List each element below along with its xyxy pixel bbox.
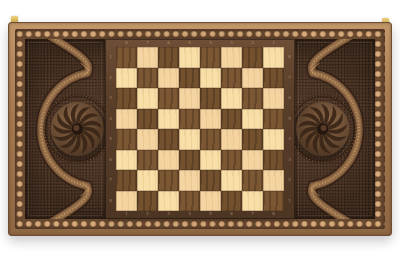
square-r4c5[interactable] <box>221 129 242 150</box>
square-r7c6[interactable] <box>242 191 263 212</box>
coordinate-mark: 1 <box>116 212 137 217</box>
coordinate-mark: 7 <box>242 212 263 217</box>
square-r1c2[interactable] <box>158 68 179 89</box>
coordinate-mark: 1 <box>263 41 284 46</box>
square-r3c3[interactable] <box>179 109 200 130</box>
square-r1c7[interactable] <box>263 68 284 89</box>
square-r1c0[interactable] <box>116 68 137 89</box>
square-r2c0[interactable] <box>116 88 137 109</box>
square-r4c7[interactable] <box>263 129 284 150</box>
square-r3c7[interactable] <box>263 109 284 130</box>
square-r4c0[interactable] <box>116 129 137 150</box>
coordinate-mark: 4 <box>200 41 221 46</box>
coordinate-mark: 5 <box>200 212 221 217</box>
square-r5c2[interactable] <box>158 150 179 171</box>
square-r0c1[interactable] <box>137 47 158 68</box>
square-r5c1[interactable] <box>137 150 158 171</box>
square-r6c1[interactable] <box>137 170 158 191</box>
coordinate-mark: 3 <box>286 150 293 171</box>
square-r1c3[interactable] <box>179 68 200 89</box>
board-coordinates-right: 87654321 <box>286 47 293 211</box>
carved-lid-field: 87654321 12345678 12345678 87654321 <box>25 39 375 219</box>
square-r5c5[interactable] <box>221 150 242 171</box>
coordinate-mark: 3 <box>158 212 179 217</box>
coordinate-mark: 2 <box>286 170 293 191</box>
square-r5c4[interactable] <box>200 150 221 171</box>
photo-background: 87654321 12345678 12345678 87654321 <box>0 0 400 267</box>
coordinate-mark: 5 <box>107 129 114 150</box>
square-r3c5[interactable] <box>221 109 242 130</box>
square-r3c2[interactable] <box>158 109 179 130</box>
square-r4c2[interactable] <box>158 129 179 150</box>
square-r6c6[interactable] <box>242 170 263 191</box>
square-r3c4[interactable] <box>200 109 221 130</box>
square-r5c0[interactable] <box>116 150 137 171</box>
square-r7c3[interactable] <box>179 191 200 212</box>
square-r7c0[interactable] <box>116 191 137 212</box>
chess-grid <box>116 47 284 211</box>
square-r0c3[interactable] <box>179 47 200 68</box>
left-arch-rosette-carving <box>25 39 105 219</box>
square-r5c3[interactable] <box>179 150 200 171</box>
board-coordinates-bottom: 12345678 <box>116 212 284 217</box>
square-r0c2[interactable] <box>158 47 179 68</box>
square-r0c0[interactable] <box>116 47 137 68</box>
square-r6c2[interactable] <box>158 170 179 191</box>
square-r4c3[interactable] <box>179 129 200 150</box>
square-r2c7[interactable] <box>263 88 284 109</box>
square-r7c2[interactable] <box>158 191 179 212</box>
coordinate-mark: 1 <box>107 47 114 68</box>
square-r6c4[interactable] <box>200 170 221 191</box>
coordinate-mark: 6 <box>286 88 293 109</box>
square-r3c6[interactable] <box>242 109 263 130</box>
square-r1c1[interactable] <box>137 68 158 89</box>
square-r4c4[interactable] <box>200 129 221 150</box>
square-r2c5[interactable] <box>221 88 242 109</box>
square-r2c3[interactable] <box>179 88 200 109</box>
square-r5c7[interactable] <box>263 150 284 171</box>
coordinate-mark: 8 <box>107 191 114 212</box>
square-r0c4[interactable] <box>200 47 221 68</box>
right-arch-rosette-carving <box>295 39 375 219</box>
square-r0c7[interactable] <box>263 47 284 68</box>
square-r6c7[interactable] <box>263 170 284 191</box>
square-r1c5[interactable] <box>221 68 242 89</box>
coordinate-mark: 7 <box>137 41 158 46</box>
square-r2c2[interactable] <box>158 88 179 109</box>
coordinate-mark: 2 <box>107 68 114 89</box>
coordinate-mark: 5 <box>179 41 200 46</box>
square-r3c0[interactable] <box>116 109 137 130</box>
square-r6c3[interactable] <box>179 170 200 191</box>
coordinate-mark: 4 <box>286 129 293 150</box>
coordinate-mark: 8 <box>263 212 284 217</box>
square-r7c4[interactable] <box>200 191 221 212</box>
beaded-trim: 87654321 12345678 12345678 87654321 <box>15 29 385 229</box>
carved-game-box: 87654321 12345678 12345678 87654321 <box>8 22 392 236</box>
coordinate-mark: 3 <box>107 88 114 109</box>
square-r1c6[interactable] <box>242 68 263 89</box>
square-r0c5[interactable] <box>221 47 242 68</box>
square-r2c1[interactable] <box>137 88 158 109</box>
square-r7c7[interactable] <box>263 191 284 212</box>
coordinate-mark: 3 <box>221 41 242 46</box>
coordinate-mark: 6 <box>158 41 179 46</box>
square-r7c1[interactable] <box>137 191 158 212</box>
coordinate-mark: 7 <box>286 68 293 89</box>
coordinate-mark: 6 <box>221 212 242 217</box>
coordinate-mark: 4 <box>107 109 114 130</box>
board-coordinates-top: 87654321 <box>116 41 284 46</box>
square-r5c6[interactable] <box>242 150 263 171</box>
coordinate-mark: 6 <box>107 150 114 171</box>
square-r2c6[interactable] <box>242 88 263 109</box>
coordinate-mark: 1 <box>286 191 293 212</box>
square-r6c0[interactable] <box>116 170 137 191</box>
board-coordinates-left: 12345678 <box>107 47 114 211</box>
left-carved-panel <box>25 39 105 219</box>
coordinate-mark: 2 <box>137 212 158 217</box>
coordinate-mark: 5 <box>286 109 293 130</box>
square-r3c1[interactable] <box>137 109 158 130</box>
coordinate-mark: 8 <box>116 41 137 46</box>
square-r7c5[interactable] <box>221 191 242 212</box>
coordinate-mark: 8 <box>286 47 293 68</box>
square-r6c5[interactable] <box>221 170 242 191</box>
coordinate-mark: 2 <box>242 41 263 46</box>
square-r2c4[interactable] <box>200 88 221 109</box>
square-r1c4[interactable] <box>200 68 221 89</box>
coordinate-mark: 4 <box>179 212 200 217</box>
coordinate-mark: 7 <box>107 170 114 191</box>
chessboard: 87654321 12345678 12345678 87654321 <box>105 39 295 219</box>
right-carved-panel <box>295 39 375 219</box>
square-r4c6[interactable] <box>242 129 263 150</box>
square-r4c1[interactable] <box>137 129 158 150</box>
square-r0c6[interactable] <box>242 47 263 68</box>
